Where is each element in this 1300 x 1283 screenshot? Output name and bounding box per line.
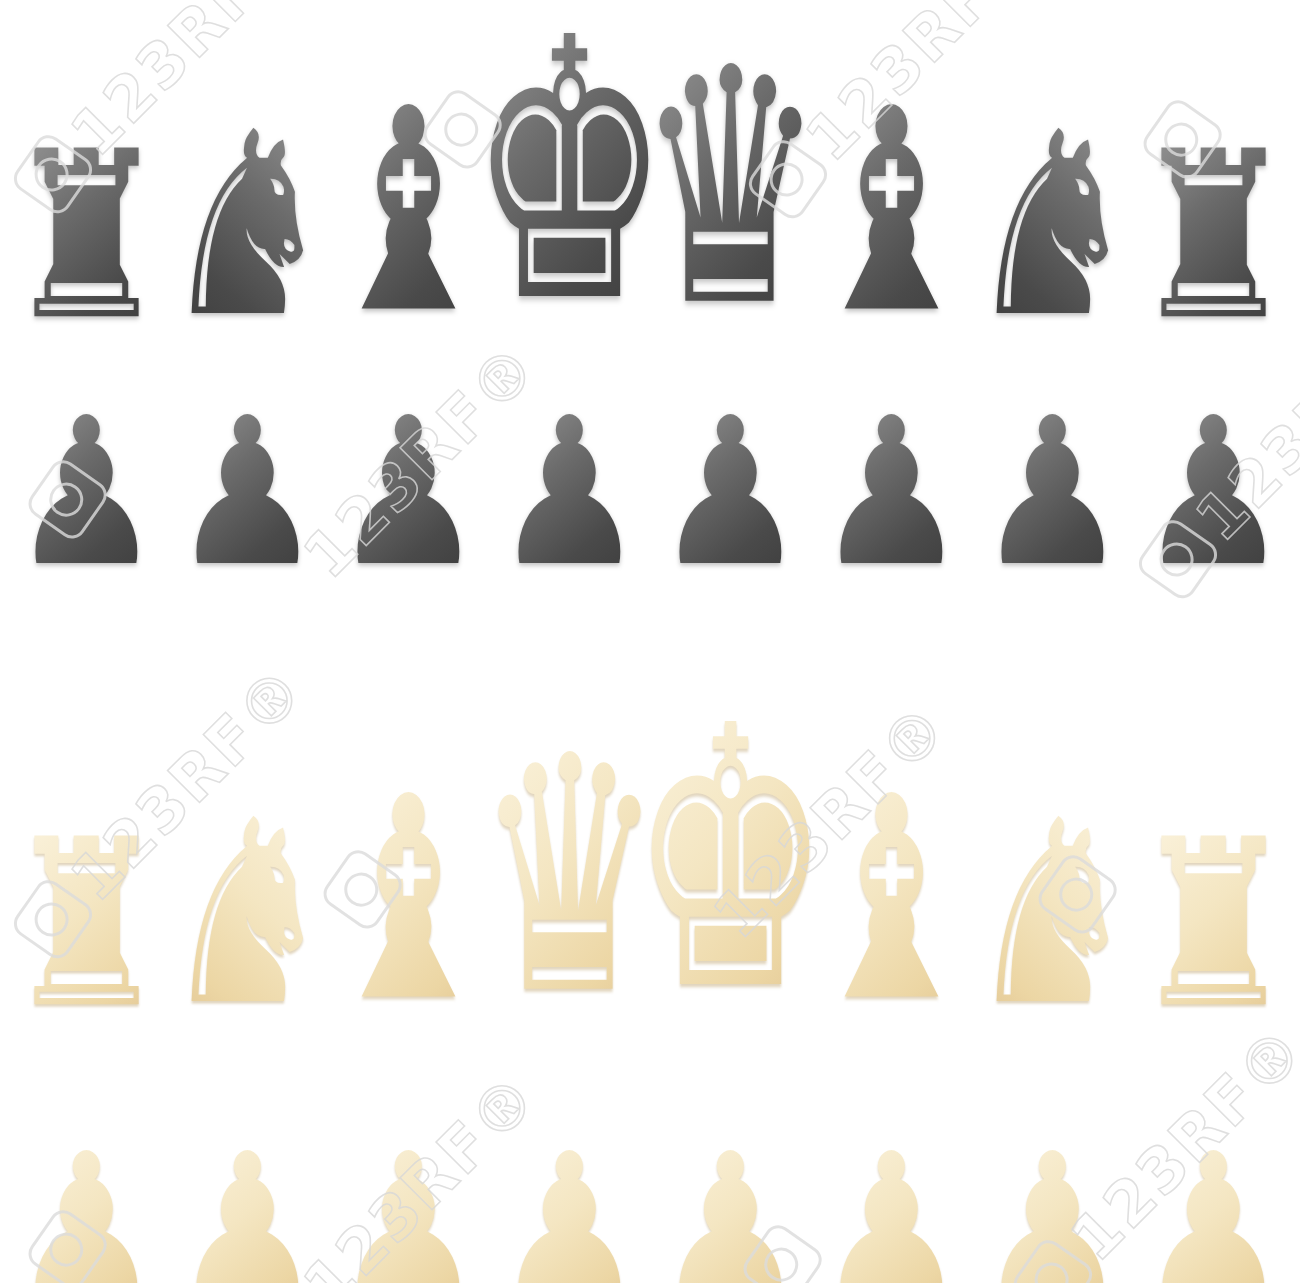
white-knight-1: ♞ bbox=[160, 787, 335, 1041]
black-pawn-7: ♟ bbox=[976, 390, 1128, 594]
black-pawn-4: ♟ bbox=[493, 390, 645, 594]
black-rook-2: ♜ bbox=[1131, 121, 1297, 352]
white-pawn-1: ♟ bbox=[10, 1126, 162, 1283]
black-knight-2: ♞ bbox=[965, 99, 1140, 352]
black-pawn-6: ♟ bbox=[815, 390, 967, 594]
black-rook-1: ♜ bbox=[4, 121, 170, 352]
white-pawn-2: ♟ bbox=[171, 1126, 323, 1283]
white-knight-2: ♞ bbox=[965, 787, 1140, 1041]
black-pawn-2: ♟ bbox=[171, 390, 323, 594]
white-rook-2: ♜ bbox=[1131, 809, 1297, 1040]
white-pawn-5: ♟ bbox=[654, 1126, 806, 1283]
white-bishop-1: ♝ bbox=[319, 760, 498, 1040]
black-pawn-8: ♟ bbox=[1137, 390, 1289, 594]
white-pawn-6: ♟ bbox=[815, 1126, 967, 1283]
white-pawn-row: ♟ ♟ ♟ ♟ ♟ ♟ ♟ ♟ bbox=[0, 1080, 1300, 1283]
black-pawn-5: ♟ bbox=[654, 390, 806, 594]
black-back-row: ♜ ♞ ♝ ♚ ♛ ♝ ♞ ♜ bbox=[0, 0, 1300, 352]
white-pawn-7: ♟ bbox=[976, 1126, 1128, 1283]
white-pawn-3: ♟ bbox=[332, 1126, 484, 1283]
black-pawn-1: ♟ bbox=[10, 390, 162, 594]
black-pawn-row: ♟ ♟ ♟ ♟ ♟ ♟ ♟ ♟ bbox=[0, 386, 1300, 594]
white-rook-1: ♜ bbox=[4, 809, 170, 1040]
black-knight-1: ♞ bbox=[160, 99, 335, 352]
black-queen: ♛ bbox=[636, 27, 824, 353]
white-pawn-4: ♟ bbox=[493, 1126, 645, 1283]
white-back-row: ♜ ♞ ♝ ♛ ♚ ♝ ♞ ♜ bbox=[0, 652, 1300, 1040]
black-pawn-3: ♟ bbox=[332, 390, 484, 594]
chess-set-illustration: ♜ ♞ ♝ ♚ ♛ ♝ ♞ ♜ ♟ ♟ ♟ ♟ ♟ ♟ ♟ ♟ ♜ ♞ ♝ ♛ … bbox=[0, 0, 1300, 1283]
white-pawn-8: ♟ bbox=[1137, 1126, 1289, 1283]
white-bishop-2: ♝ bbox=[802, 760, 981, 1040]
black-bishop-2: ♝ bbox=[802, 72, 981, 352]
